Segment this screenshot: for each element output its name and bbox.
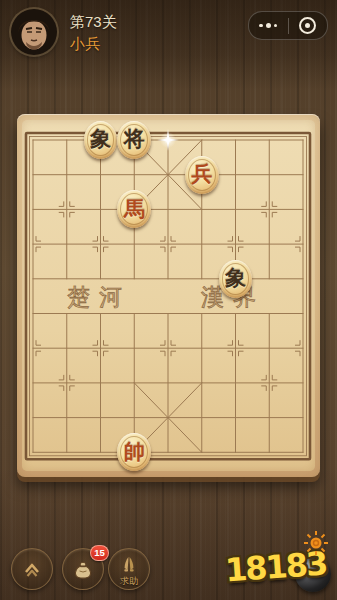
piece-grid: 象将兵馬象帥: [16, 123, 320, 470]
bag-badge: 15: [90, 545, 109, 561]
miniprogram-capsule: [248, 11, 328, 40]
close-button[interactable]: [289, 12, 328, 39]
piece-black-general[interactable]: 将: [117, 123, 151, 158]
xiangqi-board[interactable]: 楚河 漢界 象将兵馬象帥: [17, 114, 320, 477]
watermark-18183: 18183: [223, 532, 335, 594]
piece-red-horse[interactable]: 馬: [117, 192, 151, 227]
more-button[interactable]: [249, 12, 288, 39]
help-label: 求助: [109, 575, 149, 588]
piece-black-elephant[interactable]: 象: [219, 261, 253, 296]
praying-hands-icon: [117, 553, 141, 577]
double-chevron-up-icon: [20, 557, 44, 581]
capsule-target-icon: [299, 17, 316, 34]
player-name: 小兵: [70, 35, 100, 54]
bag-button[interactable]: 15: [62, 548, 104, 590]
sparkle-effect: [151, 123, 185, 158]
menu-button[interactable]: [11, 548, 53, 590]
sun-icon: [303, 530, 329, 556]
piece-black-elephant[interactable]: 象: [84, 123, 118, 158]
piece-red-soldier[interactable]: 兵: [185, 157, 219, 192]
more-dots-icon: [259, 23, 277, 28]
app-screen: 第73关 小兵 楚河 漢界 象将兵馬象帥 15: [0, 0, 337, 600]
help-button[interactable]: 求助: [108, 548, 150, 590]
avatar-image: [11, 9, 57, 55]
avatar[interactable]: [11, 9, 57, 55]
coin-bag-icon: [70, 556, 96, 582]
piece-red-general[interactable]: 帥: [117, 435, 151, 470]
level-label: 第73关: [70, 13, 117, 32]
